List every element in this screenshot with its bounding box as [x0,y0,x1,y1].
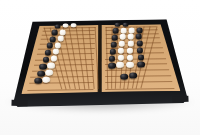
product-photo [0,0,200,135]
stone-white[interactable] [45,70,52,76]
stone-black[interactable] [136,41,143,46]
stone-black[interactable] [52,30,58,35]
stone-black[interactable] [108,56,115,62]
stone-black[interactable] [50,37,56,42]
stone-white[interactable] [127,41,134,46]
stone-black[interactable] [136,34,142,39]
stone-white[interactable] [50,56,57,62]
stone-white[interactable] [128,34,134,39]
stone-white[interactable] [116,62,123,68]
stone-white[interactable] [126,48,133,54]
stone-white[interactable] [117,48,124,54]
stone-black[interactable] [47,43,54,48]
stone-white[interactable] [126,55,133,61]
stone-black[interactable] [111,42,118,47]
go-board [0,0,200,135]
stone-white[interactable] [42,77,50,83]
stone-black[interactable] [108,63,115,69]
stone-black[interactable] [112,35,118,40]
stone-white[interactable] [129,28,135,33]
stone-white[interactable] [47,63,54,69]
stone-white[interactable] [120,34,126,39]
stone-white[interactable] [118,41,125,46]
stone-black[interactable] [137,62,144,68]
stone-white[interactable] [121,28,127,33]
stone-black[interactable] [113,28,119,33]
stone-black[interactable] [136,48,143,54]
stones-layer [0,0,199,1]
board-foot-right [172,96,188,103]
stone-black[interactable] [137,28,143,33]
stone-black[interactable] [129,73,136,79]
stone-white[interactable] [58,36,64,41]
stone-black[interactable] [42,57,49,63]
stone-black[interactable] [44,50,51,56]
stone-white[interactable] [55,43,62,48]
board-foot-left [11,100,27,106]
stone-black[interactable] [109,49,116,55]
stone-white[interactable] [52,49,59,55]
stone-white[interactable] [60,30,66,35]
stone-white[interactable] [126,62,133,68]
grid-lines [0,0,199,1]
stone-black[interactable] [120,74,128,80]
stone-black[interactable] [137,55,144,61]
stone-black[interactable] [39,64,46,70]
stone-black[interactable] [34,78,42,84]
